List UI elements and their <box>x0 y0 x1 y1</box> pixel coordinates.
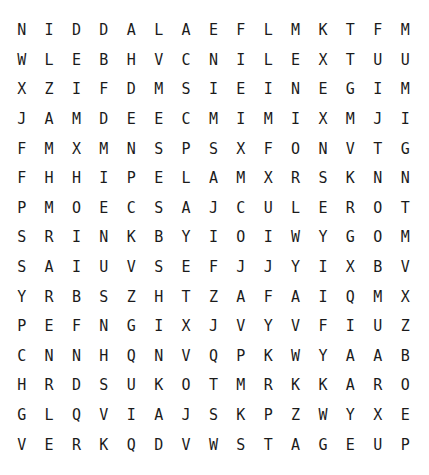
grid-cell[interactable]: X <box>391 282 418 312</box>
grid-cell[interactable]: Q <box>200 342 227 372</box>
grid-cell[interactable]: O <box>364 194 391 224</box>
grid-cell[interactable]: V <box>227 312 254 342</box>
grid-cell[interactable]: E <box>309 194 336 224</box>
grid-cell[interactable]: E <box>35 312 62 342</box>
grid-cell[interactable]: D <box>145 430 172 460</box>
grid-cell[interactable]: A <box>200 164 227 194</box>
grid-cell[interactable]: M <box>145 75 172 105</box>
grid-cell[interactable]: A <box>282 282 309 312</box>
grid-cell[interactable]: F <box>8 164 35 194</box>
grid-cell[interactable]: K <box>145 371 172 401</box>
grid-cell[interactable]: M <box>391 75 418 105</box>
grid-cell[interactable]: C <box>118 194 145 224</box>
grid-cell[interactable]: I <box>63 223 90 253</box>
grid-cell[interactable]: Y <box>337 401 364 431</box>
grid-cell[interactable]: E <box>227 75 254 105</box>
grid-cell[interactable]: S <box>200 134 227 164</box>
grid-cell[interactable]: Y <box>309 342 336 372</box>
grid-cell[interactable]: S <box>90 371 117 401</box>
grid-cell[interactable]: P <box>8 194 35 224</box>
grid-cell[interactable]: R <box>35 371 62 401</box>
grid-cell[interactable]: X <box>255 164 282 194</box>
grid-cell[interactable]: Y <box>172 223 199 253</box>
grid-cell[interactable]: O <box>364 223 391 253</box>
grid-cell[interactable]: A <box>172 16 199 46</box>
grid-cell[interactable]: V <box>145 46 172 76</box>
grid-cell[interactable]: H <box>145 282 172 312</box>
grid-cell[interactable]: S <box>145 253 172 283</box>
grid-cell[interactable]: H <box>90 342 117 372</box>
grid-cell[interactable]: I <box>200 75 227 105</box>
grid-cell[interactable]: B <box>391 342 418 372</box>
grid-cell[interactable]: P <box>8 312 35 342</box>
grid-cell[interactable]: N <box>90 223 117 253</box>
grid-cell[interactable]: G <box>391 134 418 164</box>
grid-cell[interactable]: M <box>255 105 282 135</box>
grid-cell[interactable]: L <box>255 16 282 46</box>
grid-cell[interactable]: X <box>309 46 336 76</box>
grid-cell[interactable]: I <box>63 75 90 105</box>
grid-cell[interactable]: R <box>35 223 62 253</box>
grid-cell[interactable]: M <box>35 194 62 224</box>
grid-cell[interactable]: U <box>391 46 418 76</box>
grid-cell[interactable]: P <box>391 430 418 460</box>
grid-cell[interactable]: I <box>309 253 336 283</box>
grid-cell[interactable]: O <box>391 371 418 401</box>
grid-cell[interactable]: N <box>118 134 145 164</box>
grid-cell[interactable]: T <box>255 430 282 460</box>
grid-cell[interactable]: X <box>364 401 391 431</box>
grid-cell[interactable]: M <box>391 223 418 253</box>
grid-cell[interactable]: I <box>391 105 418 135</box>
grid-cell[interactable]: R <box>282 164 309 194</box>
grid-cell[interactable]: L <box>35 46 62 76</box>
grid-cell[interactable]: K <box>282 371 309 401</box>
grid-cell[interactable]: M <box>63 105 90 135</box>
grid-cell[interactable]: M <box>227 371 254 401</box>
grid-cell[interactable]: I <box>145 312 172 342</box>
grid-cell[interactable]: F <box>364 16 391 46</box>
grid-cell[interactable]: N <box>282 75 309 105</box>
grid-cell[interactable]: G <box>8 401 35 431</box>
grid-cell[interactable]: N <box>145 342 172 372</box>
grid-cell[interactable]: K <box>227 401 254 431</box>
grid-cell[interactable]: V <box>391 253 418 283</box>
grid-cell[interactable]: M <box>337 105 364 135</box>
grid-cell[interactable]: S <box>145 134 172 164</box>
grid-cell[interactable]: W <box>282 342 309 372</box>
grid-cell[interactable]: O <box>63 194 90 224</box>
grid-cell[interactable]: G <box>118 312 145 342</box>
grid-cell[interactable]: M <box>227 164 254 194</box>
grid-cell[interactable]: T <box>172 282 199 312</box>
grid-cell[interactable]: P <box>255 401 282 431</box>
grid-cell[interactable]: O <box>282 134 309 164</box>
grid-cell[interactable]: U <box>364 46 391 76</box>
grid-cell[interactable]: G <box>309 430 336 460</box>
grid-cell[interactable]: E <box>90 194 117 224</box>
grid-cell[interactable]: I <box>255 75 282 105</box>
grid-cell[interactable]: K <box>255 342 282 372</box>
grid-cell[interactable]: C <box>8 342 35 372</box>
grid-cell[interactable]: R <box>35 282 62 312</box>
grid-cell[interactable]: X <box>337 253 364 283</box>
grid-cell[interactable]: H <box>35 164 62 194</box>
grid-cell[interactable]: I <box>337 312 364 342</box>
grid-cell[interactable]: Z <box>282 401 309 431</box>
grid-cell[interactable]: E <box>145 105 172 135</box>
grid-cell[interactable]: W <box>282 223 309 253</box>
grid-cell[interactable]: F <box>227 16 254 46</box>
grid-cell[interactable]: D <box>90 105 117 135</box>
grid-cell[interactable]: M <box>90 134 117 164</box>
grid-cell[interactable]: C <box>227 194 254 224</box>
grid-cell[interactable]: B <box>145 223 172 253</box>
grid-cell[interactable]: S <box>227 430 254 460</box>
grid-cell[interactable]: R <box>63 430 90 460</box>
grid-cell[interactable]: K <box>309 16 336 46</box>
grid-cell[interactable]: M <box>35 134 62 164</box>
grid-cell[interactable]: P <box>227 342 254 372</box>
grid-cell[interactable]: R <box>364 371 391 401</box>
grid-cell[interactable]: V <box>172 430 199 460</box>
grid-cell[interactable]: W <box>8 46 35 76</box>
grid-cell[interactable]: K <box>337 164 364 194</box>
grid-cell[interactable]: T <box>364 134 391 164</box>
grid-cell[interactable]: E <box>145 164 172 194</box>
grid-cell[interactable]: N <box>35 342 62 372</box>
grid-cell[interactable]: R <box>255 371 282 401</box>
grid-cell[interactable]: S <box>309 164 336 194</box>
grid-cell[interactable]: J <box>364 105 391 135</box>
grid-cell[interactable]: N <box>200 46 227 76</box>
grid-cell[interactable]: S <box>8 253 35 283</box>
grid-cell[interactable]: N <box>364 164 391 194</box>
grid-cell[interactable]: S <box>145 194 172 224</box>
grid-cell[interactable]: U <box>255 194 282 224</box>
grid-cell[interactable]: X <box>172 312 199 342</box>
grid-cell[interactable]: A <box>364 342 391 372</box>
grid-cell[interactable]: Z <box>391 312 418 342</box>
grid-cell[interactable]: Y <box>255 312 282 342</box>
grid-cell[interactable]: K <box>309 371 336 401</box>
grid-cell[interactable]: A <box>118 16 145 46</box>
grid-cell[interactable]: J <box>8 105 35 135</box>
grid-cell[interactable]: D <box>63 371 90 401</box>
grid-cell[interactable]: C <box>172 46 199 76</box>
word-search-grid: NIDDALAEFLMKTFMWLEBHVCNILEXTUUXZIFDMSIEI… <box>8 16 419 460</box>
grid-cell[interactable]: S <box>172 75 199 105</box>
grid-cell[interactable]: T <box>337 46 364 76</box>
grid-cell[interactable]: P <box>118 164 145 194</box>
grid-cell[interactable]: S <box>8 223 35 253</box>
grid-cell[interactable]: U <box>90 253 117 283</box>
grid-cell[interactable]: E <box>200 16 227 46</box>
grid-cell[interactable]: E <box>309 75 336 105</box>
grid-cell[interactable]: X <box>309 105 336 135</box>
grid-cell[interactable]: E <box>35 430 62 460</box>
grid-cell[interactable]: V <box>8 430 35 460</box>
grid-cell[interactable]: B <box>364 253 391 283</box>
grid-cell[interactable]: W <box>200 430 227 460</box>
grid-cell[interactable]: A <box>282 430 309 460</box>
grid-cell[interactable]: J <box>200 194 227 224</box>
grid-cell[interactable]: V <box>118 253 145 283</box>
grid-cell[interactable]: A <box>172 194 199 224</box>
grid-cell[interactable]: G <box>337 75 364 105</box>
grid-cell[interactable]: I <box>309 282 336 312</box>
grid-cell[interactable]: T <box>391 194 418 224</box>
grid-cell[interactable]: G <box>337 223 364 253</box>
grid-cell[interactable]: S <box>90 282 117 312</box>
grid-cell[interactable]: J <box>200 312 227 342</box>
grid-cell[interactable]: S <box>200 401 227 431</box>
grid-cell[interactable]: M <box>282 16 309 46</box>
grid-cell[interactable]: Q <box>63 401 90 431</box>
grid-cell[interactable]: C <box>172 105 199 135</box>
grid-cell[interactable]: E <box>63 46 90 76</box>
grid-cell[interactable]: U <box>118 371 145 401</box>
grid-cell[interactable]: D <box>90 16 117 46</box>
grid-cell[interactable]: J <box>172 401 199 431</box>
grid-cell[interactable]: V <box>90 401 117 431</box>
grid-cell[interactable]: O <box>172 371 199 401</box>
grid-cell[interactable]: I <box>227 105 254 135</box>
grid-cell[interactable]: E <box>391 401 418 431</box>
grid-cell[interactable]: I <box>118 401 145 431</box>
grid-cell[interactable]: I <box>35 16 62 46</box>
grid-cell[interactable]: U <box>364 430 391 460</box>
grid-cell[interactable]: B <box>90 46 117 76</box>
grid-cell[interactable]: I <box>63 253 90 283</box>
grid-cell[interactable]: E <box>337 430 364 460</box>
grid-cell[interactable]: D <box>63 16 90 46</box>
grid-cell[interactable]: E <box>282 46 309 76</box>
grid-cell[interactable]: N <box>391 164 418 194</box>
grid-cell[interactable]: Z <box>118 282 145 312</box>
grid-cell[interactable]: Y <box>8 282 35 312</box>
grid-cell[interactable]: K <box>118 223 145 253</box>
grid-cell[interactable]: H <box>8 371 35 401</box>
grid-cell[interactable]: F <box>63 312 90 342</box>
grid-cell[interactable]: N <box>90 312 117 342</box>
grid-cell[interactable]: I <box>364 75 391 105</box>
grid-cell[interactable]: J <box>227 253 254 283</box>
grid-cell[interactable]: A <box>337 342 364 372</box>
grid-cell[interactable]: L <box>255 46 282 76</box>
grid-cell[interactable]: L <box>282 194 309 224</box>
grid-cell[interactable]: P <box>172 134 199 164</box>
grid-cell[interactable]: O <box>227 223 254 253</box>
grid-cell[interactable]: H <box>118 46 145 76</box>
grid-cell[interactable]: X <box>63 134 90 164</box>
grid-cell[interactable]: B <box>63 282 90 312</box>
grid-cell[interactable]: Q <box>118 342 145 372</box>
grid-cell[interactable]: U <box>364 312 391 342</box>
grid-cell[interactable]: N <box>8 16 35 46</box>
grid-cell[interactable]: A <box>145 401 172 431</box>
grid-cell[interactable]: L <box>145 16 172 46</box>
grid-cell[interactable]: F <box>255 282 282 312</box>
grid-cell[interactable]: L <box>172 164 199 194</box>
grid-cell[interactable]: A <box>35 105 62 135</box>
grid-cell[interactable]: A <box>227 282 254 312</box>
grid-cell[interactable]: K <box>90 430 117 460</box>
grid-cell[interactable]: L <box>35 401 62 431</box>
grid-cell[interactable]: I <box>200 223 227 253</box>
grid-cell[interactable]: I <box>282 105 309 135</box>
grid-cell[interactable]: Y <box>282 253 309 283</box>
grid-cell[interactable]: F <box>200 253 227 283</box>
grid-cell[interactable]: M <box>200 105 227 135</box>
grid-cell[interactable]: M <box>391 16 418 46</box>
grid-cell[interactable]: F <box>255 134 282 164</box>
grid-cell[interactable]: Q <box>337 282 364 312</box>
grid-cell[interactable]: T <box>200 371 227 401</box>
grid-cell[interactable]: V <box>337 134 364 164</box>
grid-cell[interactable]: Z <box>200 282 227 312</box>
grid-cell[interactable]: M <box>364 282 391 312</box>
grid-cell[interactable]: I <box>90 164 117 194</box>
grid-cell[interactable]: Q <box>118 430 145 460</box>
grid-cell[interactable]: Z <box>35 75 62 105</box>
grid-cell[interactable]: A <box>337 371 364 401</box>
grid-cell[interactable]: Y <box>309 223 336 253</box>
grid-cell[interactable]: V <box>282 312 309 342</box>
grid-cell[interactable]: X <box>227 134 254 164</box>
grid-cell[interactable]: I <box>227 46 254 76</box>
word-search-screenshot: NIDDALAEFLMKTFMWLEBHVCNILEXTUUXZIFDMSIEI… <box>0 0 429 475</box>
grid-cell[interactable]: T <box>337 16 364 46</box>
grid-cell[interactable]: R <box>337 194 364 224</box>
grid-cell[interactable]: F <box>90 75 117 105</box>
grid-cell[interactable]: W <box>309 401 336 431</box>
grid-cell[interactable]: A <box>35 253 62 283</box>
grid-cell[interactable]: X <box>8 75 35 105</box>
grid-cell[interactable]: E <box>172 253 199 283</box>
grid-cell[interactable]: I <box>255 223 282 253</box>
grid-cell[interactable]: H <box>63 164 90 194</box>
grid-cell[interactable]: J <box>255 253 282 283</box>
grid-cell[interactable]: N <box>63 342 90 372</box>
grid-cell[interactable]: F <box>8 134 35 164</box>
grid-cell[interactable]: D <box>118 75 145 105</box>
grid-cell[interactable]: F <box>309 312 336 342</box>
grid-cell[interactable]: E <box>118 105 145 135</box>
grid-cell[interactable]: V <box>172 342 199 372</box>
grid-cell[interactable]: N <box>309 134 336 164</box>
